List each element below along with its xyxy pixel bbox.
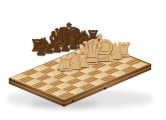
latch-knob xyxy=(72,100,74,102)
latch-knob xyxy=(104,87,106,89)
chess-set-photo: ♜♞♟♝♟♚♟♛♟♝♟♞♜♟♟♟♟♟♜♟♞♟♝♟♚♟♛♟♝♟♞♜ xyxy=(0,0,166,120)
